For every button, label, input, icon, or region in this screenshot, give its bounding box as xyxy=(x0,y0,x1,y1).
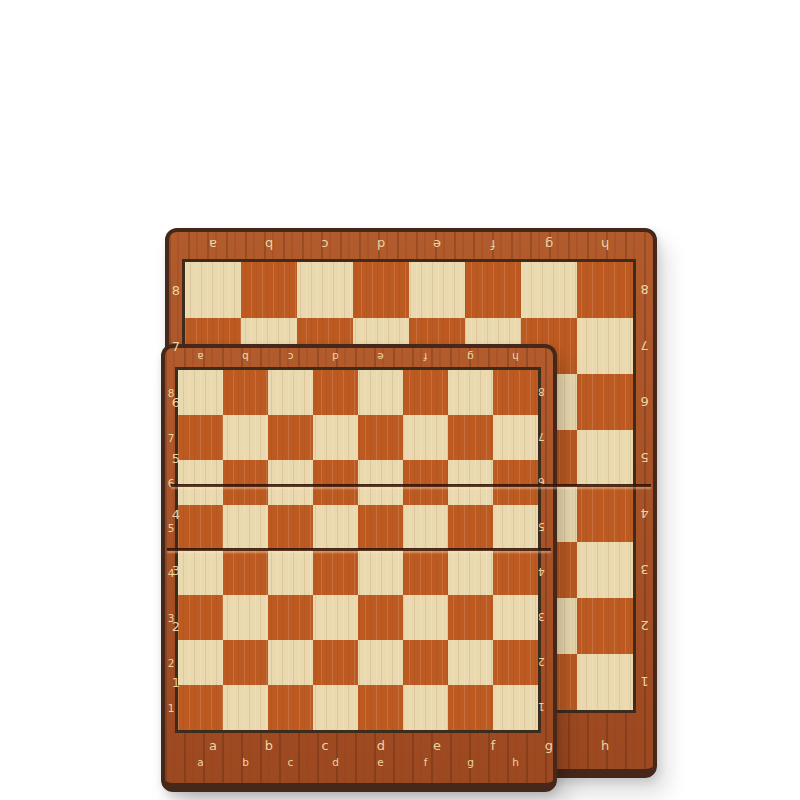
coordinate-label: b xyxy=(241,735,297,755)
coordinate-label: 5 xyxy=(165,505,177,550)
coordinate-label: 8 xyxy=(637,262,652,318)
coordinate-label: f xyxy=(465,235,521,255)
coordinate-label: g xyxy=(521,235,577,255)
coordinate-label: 7 xyxy=(169,318,183,374)
coordinate-label: 5 xyxy=(535,505,548,550)
coordinate-label: b xyxy=(223,349,268,365)
chess-pieces-row: ♚♚♛♛♝♝♞♞♜♜♟♟ xyxy=(0,0,800,240)
coordinate-label: 4 xyxy=(165,550,177,595)
coordinate-label: 7 xyxy=(535,415,548,460)
file-labels-near-edge: abcdefgh xyxy=(185,735,633,755)
coordinate-label: 1 xyxy=(535,685,548,730)
coordinate-label: 6 xyxy=(165,460,177,505)
coordinate-label: 3 xyxy=(165,595,177,640)
coordinate-label: 8 xyxy=(535,370,548,415)
file-labels-far-edge: abcdefgh xyxy=(178,349,538,365)
coordinate-label: c xyxy=(297,235,353,255)
coordinate-label: b xyxy=(223,753,268,771)
coordinate-label: 5 xyxy=(637,430,652,486)
coordinate-label: c xyxy=(268,753,313,771)
coordinate-label: d xyxy=(313,349,358,365)
coordinate-label: e xyxy=(409,235,465,255)
coordinate-label: 6 xyxy=(535,460,548,505)
coordinate-label: 3 xyxy=(535,595,548,640)
coordinate-label: 4 xyxy=(637,486,652,542)
coordinate-label: 3 xyxy=(637,542,652,598)
file-labels-near-edge: abcdefgh xyxy=(178,753,538,771)
coordinate-label: 1 xyxy=(637,654,652,710)
coordinate-label: a xyxy=(185,235,241,255)
coordinate-label: f xyxy=(465,735,521,755)
coordinate-label: b xyxy=(241,235,297,255)
coordinate-label: c xyxy=(297,735,353,755)
coordinate-label: h xyxy=(493,753,538,771)
coordinate-label: g xyxy=(448,349,493,365)
coordinate-label: 2 xyxy=(637,598,652,654)
coordinate-label: 6 xyxy=(637,374,652,430)
coordinate-label: e xyxy=(358,753,403,771)
coordinate-label: a xyxy=(185,735,241,755)
coordinate-label: h xyxy=(577,735,633,755)
coordinate-label: a xyxy=(178,753,223,771)
coordinate-label: 4 xyxy=(535,550,548,595)
coordinate-label: 7 xyxy=(165,415,177,460)
coordinate-label: h xyxy=(577,235,633,255)
coordinate-label: 8 xyxy=(169,262,183,318)
coordinate-label: d xyxy=(353,235,409,255)
coordinate-label: f xyxy=(403,753,448,771)
coordinate-label: g xyxy=(448,753,493,771)
coordinate-label: c xyxy=(268,349,313,365)
coordinate-label: 1 xyxy=(165,685,177,730)
chess-set-product-photo: ♚♚♛♛♝♝♞♞♜♜♟♟ abcdefgh abcdefgh 87654321 … xyxy=(0,0,800,800)
file-labels-far-edge: abcdefgh xyxy=(185,235,633,255)
coordinate-label: d xyxy=(353,735,409,755)
small-folding-chessboard: abcdefgh abcdefgh 87654321 87654321 xyxy=(161,344,557,792)
coordinate-label: a xyxy=(178,349,223,365)
coordinate-label: 8 xyxy=(165,370,177,415)
coordinate-label: g xyxy=(521,735,577,755)
coordinate-label: 2 xyxy=(535,640,548,685)
coordinate-label: d xyxy=(313,753,358,771)
coordinate-label: h xyxy=(493,349,538,365)
coordinate-label: f xyxy=(403,349,448,365)
coordinate-label: 7 xyxy=(637,318,652,374)
coordinate-label: 2 xyxy=(165,640,177,685)
fold-seam xyxy=(171,484,651,487)
fold-seam xyxy=(167,548,551,551)
coordinate-label: e xyxy=(358,349,403,365)
coordinate-label: e xyxy=(409,735,465,755)
